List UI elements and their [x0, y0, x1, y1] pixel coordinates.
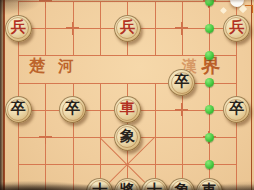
move-hint-dot[interactable]	[205, 78, 214, 87]
grid-line	[182, 83, 183, 190]
piece-glyph: 象	[174, 183, 189, 190]
river-label-he: 河	[58, 58, 73, 73]
move-hint-dot[interactable]	[205, 160, 214, 169]
piece-glyph: 士	[92, 183, 107, 190]
xiangqi-board[interactable]: 楚河漢界 兵兵兵車卒卒卒卒象士將士象車	[0, 0, 254, 190]
piece-glyph: 車	[120, 101, 135, 116]
piece-glyph: 將	[120, 183, 135, 190]
piece-black-pawn-advanced[interactable]: 卒	[168, 69, 195, 96]
piece-black-general[interactable]: 將	[114, 178, 141, 190]
piece-glyph: 卒	[174, 74, 189, 89]
move-hint-dot[interactable]	[205, 133, 214, 142]
piece-glyph: 卒	[65, 101, 80, 116]
piece-glyph: 兵	[120, 20, 135, 35]
corner-mark-icon	[245, 5, 253, 13]
position-marker	[45, 0, 47, 8]
piece-black-advisor-left[interactable]: 士	[86, 178, 113, 190]
piece-red-pawn-right[interactable]: 兵	[223, 15, 250, 42]
grid-line	[155, 1, 156, 55]
piece-black-elephant-up[interactable]: 象	[114, 124, 141, 151]
grid-line	[100, 1, 101, 55]
position-marker	[72, 22, 74, 35]
piece-black-pawn-mid[interactable]: 卒	[59, 96, 86, 123]
piece-glyph: 車	[202, 183, 217, 190]
piece-red-pawn-center[interactable]: 兵	[114, 15, 141, 42]
piece-black-elephant-home[interactable]: 象	[168, 178, 195, 190]
grid-line	[45, 1, 46, 55]
move-hint-dot[interactable]	[205, 0, 214, 6]
position-marker	[181, 103, 183, 116]
move-hint-dot[interactable]	[205, 51, 214, 60]
piece-glyph: 士	[147, 183, 162, 190]
piece-black-chariot[interactable]: 車	[196, 178, 223, 190]
piece-black-pawn-right[interactable]: 卒	[223, 96, 250, 123]
position-marker	[45, 131, 47, 144]
piece-glyph: 兵	[229, 20, 244, 35]
piece-glyph: 卒	[229, 101, 244, 116]
piece-glyph: 卒	[11, 101, 26, 116]
move-hint-dot[interactable]	[205, 24, 214, 33]
move-hint-dot[interactable]	[205, 105, 214, 114]
sparkle-icon	[220, 7, 227, 14]
piece-red-pawn-left[interactable]: 兵	[5, 15, 32, 42]
piece-black-advisor-right[interactable]: 士	[141, 178, 168, 190]
piece-glyph: 兵	[11, 20, 26, 35]
position-marker	[181, 22, 183, 35]
river-label-chu: 楚	[29, 58, 45, 74]
piece-glyph: 象	[120, 129, 135, 144]
piece-black-pawn-left[interactable]: 卒	[5, 96, 32, 123]
piece-red-chariot[interactable]: 車	[114, 96, 141, 123]
board-border-line	[251, 0, 253, 190]
